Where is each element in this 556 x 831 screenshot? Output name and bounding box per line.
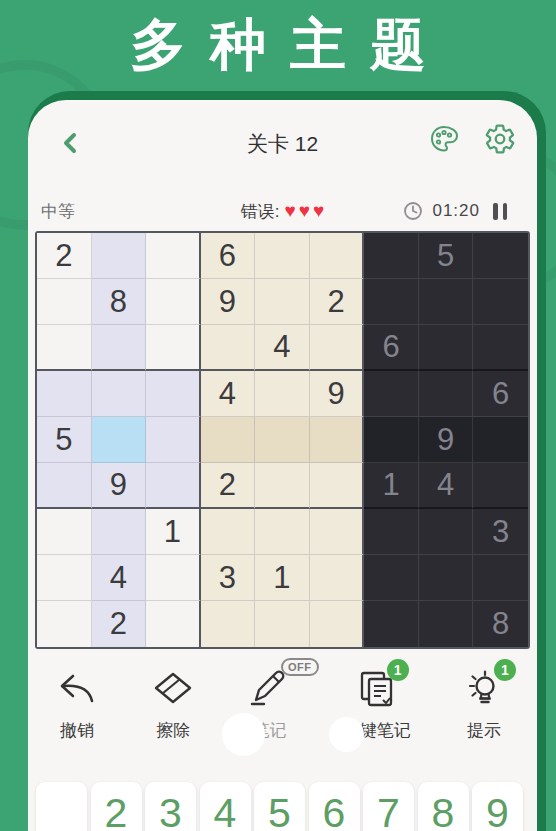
numpad-key-9[interactable]: 9 [472, 782, 523, 831]
cell-r3c8[interactable] [419, 325, 474, 371]
cell-r9c8[interactable] [419, 601, 474, 647]
cell-r3c6[interactable] [310, 325, 365, 371]
cell-r9c7[interactable] [364, 601, 419, 647]
cell-r8c2[interactable]: 4 [92, 555, 147, 601]
erase-label: 擦除 [156, 719, 190, 742]
cell-r2c4[interactable]: 9 [201, 279, 256, 325]
cell-r7c5[interactable] [255, 509, 310, 555]
cell-r2c7[interactable] [364, 279, 419, 325]
cell-r6c6[interactable] [310, 463, 365, 509]
undo-button[interactable]: 撤销 [54, 666, 100, 758]
cell-r8c6[interactable] [310, 555, 365, 601]
cell-r4c3[interactable] [146, 371, 201, 417]
numpad-key-1-empty[interactable] [36, 782, 87, 831]
cell-r1c7[interactable] [364, 233, 419, 279]
hint-button[interactable]: 1提示 [461, 666, 507, 758]
cell-r6c9[interactable] [473, 463, 528, 509]
cell-r4c6[interactable]: 9 [310, 371, 365, 417]
cell-r7c1[interactable] [37, 509, 92, 555]
cell-r2c6[interactable]: 2 [310, 279, 365, 325]
pause-button[interactable] [493, 203, 507, 220]
cell-r4c4[interactable]: 4 [201, 371, 256, 417]
cell-r1c2[interactable] [92, 233, 147, 279]
heart-icon: ♥ [299, 200, 310, 221]
undo-label: 撤销 [60, 719, 94, 742]
cell-r8c9[interactable] [473, 555, 528, 601]
cell-r1c8[interactable]: 5 [419, 233, 474, 279]
cell-r9c3[interactable] [146, 601, 201, 647]
promo-banner: 多种主题 [0, 0, 556, 92]
cell-r5c2[interactable] [92, 417, 147, 463]
cell-r7c8[interactable] [419, 509, 474, 555]
cell-r5c1[interactable]: 5 [37, 417, 92, 463]
cell-r9c6[interactable] [310, 601, 365, 647]
bubble-decor [222, 713, 265, 756]
cell-r2c9[interactable] [473, 279, 528, 325]
timer-value: 01:20 [432, 201, 480, 221]
nav-bar: 关卡 12 [28, 122, 537, 168]
cell-r4c9[interactable]: 6 [473, 371, 528, 417]
cell-r9c1[interactable] [37, 601, 92, 647]
cell-r4c2[interactable] [92, 371, 147, 417]
cell-r9c4[interactable] [201, 601, 256, 647]
cell-r7c3[interactable]: 1 [146, 509, 201, 555]
cell-r6c4[interactable]: 2 [201, 463, 256, 509]
numpad-key-6[interactable]: 6 [309, 782, 360, 831]
cell-r1c3[interactable] [146, 233, 201, 279]
cell-r5c3[interactable] [146, 417, 201, 463]
cell-r5c6[interactable] [310, 417, 365, 463]
cell-r8c1[interactable] [37, 555, 92, 601]
cell-r5c9[interactable] [473, 417, 528, 463]
sudoku-board: 265892464965992141343128 [35, 231, 530, 649]
cell-r5c8[interactable]: 9 [419, 417, 474, 463]
cell-r8c8[interactable] [419, 555, 474, 601]
numpad-key-4[interactable]: 4 [200, 782, 251, 831]
cell-r1c5[interactable] [255, 233, 310, 279]
cell-r2c1[interactable] [37, 279, 92, 325]
hint-label: 提示 [467, 719, 501, 742]
cell-r5c4[interactable] [201, 417, 256, 463]
notes-badge: OFF [281, 658, 319, 676]
status-bar: 中等 错误: ♥♥♥ 01:20 [28, 196, 537, 226]
cell-r8c5[interactable]: 1 [255, 555, 310, 601]
cell-r8c4[interactable]: 3 [201, 555, 256, 601]
numpad-key-5[interactable]: 5 [254, 782, 305, 831]
cell-r6c1[interactable] [37, 463, 92, 509]
cell-r2c3[interactable] [146, 279, 201, 325]
cell-r3c2[interactable] [92, 325, 147, 371]
cell-r5c5[interactable] [255, 417, 310, 463]
cell-r4c8[interactable] [419, 371, 474, 417]
erase-button[interactable]: 擦除 [150, 666, 196, 758]
cell-r2c5[interactable] [255, 279, 310, 325]
game-card: 关卡 12 [28, 100, 537, 831]
bubble-decor [329, 717, 364, 752]
settings-button[interactable] [483, 122, 517, 156]
cell-r7c7[interactable] [364, 509, 419, 555]
cell-r1c1[interactable]: 2 [37, 233, 92, 279]
toolbar: 撤销擦除OFF笔记1一键笔记1提示 [28, 666, 537, 758]
undo-icon [56, 670, 98, 708]
eraser-icon [151, 669, 195, 709]
cell-r3c5[interactable]: 4 [255, 325, 310, 371]
numpad-key-2[interactable]: 2 [91, 782, 142, 831]
cell-r3c1[interactable] [37, 325, 92, 371]
hint-badge: 1 [494, 659, 516, 681]
cell-r7c2[interactable] [92, 509, 147, 555]
cell-r6c2[interactable]: 9 [92, 463, 147, 509]
auto-notes-badge: 1 [387, 659, 409, 681]
heart-icon: ♥ [284, 200, 295, 221]
number-pad: 23456789 [36, 782, 523, 831]
numpad-key-7[interactable]: 7 [363, 782, 414, 831]
cell-r8c3[interactable] [146, 555, 201, 601]
cell-r1c9[interactable] [473, 233, 528, 279]
cell-r2c8[interactable] [419, 279, 474, 325]
cell-r6c8[interactable]: 4 [419, 463, 474, 509]
cell-r1c6[interactable] [310, 233, 365, 279]
cell-r4c1[interactable] [37, 371, 92, 417]
theme-button[interactable] [427, 122, 461, 156]
page-title: 多种主题 [106, 8, 450, 84]
cell-r2c2[interactable]: 8 [92, 279, 147, 325]
numpad-key-8[interactable]: 8 [418, 782, 469, 831]
cell-r9c2[interactable]: 2 [92, 601, 147, 647]
cell-r3c3[interactable] [146, 325, 201, 371]
cell-r6c3[interactable] [146, 463, 201, 509]
cell-r4c5[interactable] [255, 371, 310, 417]
cell-r3c7[interactable]: 6 [364, 325, 419, 371]
cell-r3c4[interactable] [201, 325, 256, 371]
cell-r3c9[interactable] [473, 325, 528, 371]
palette-icon [428, 123, 460, 155]
cell-r4c7[interactable] [364, 371, 419, 417]
cell-r7c9[interactable]: 3 [473, 509, 528, 555]
cell-r6c7[interactable]: 1 [364, 463, 419, 509]
cell-r9c5[interactable] [255, 601, 310, 647]
cell-r8c7[interactable] [364, 555, 419, 601]
numpad-key-3[interactable]: 3 [145, 782, 196, 831]
clock-icon [403, 201, 423, 221]
gear-icon [484, 123, 516, 155]
cell-r6c5[interactable] [255, 463, 310, 509]
cell-r5c7[interactable] [364, 417, 419, 463]
cell-r7c6[interactable] [310, 509, 365, 555]
hearts-row: ♥♥♥ [281, 201, 324, 221]
errors-label: 错误: [241, 200, 280, 223]
heart-icon: ♥ [313, 200, 324, 221]
cell-r1c4[interactable]: 6 [201, 233, 256, 279]
cell-r9c9[interactable]: 8 [473, 601, 528, 647]
cell-r7c4[interactable] [201, 509, 256, 555]
